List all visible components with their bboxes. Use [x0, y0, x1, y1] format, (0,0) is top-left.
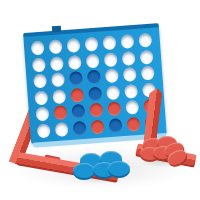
cell-r4-c4[interactable] — [88, 86, 102, 101]
cell-r5-c2[interactable] — [53, 105, 67, 120]
cell-r3-c6[interactable] — [123, 67, 137, 82]
cell-r5-c6[interactable] — [125, 100, 139, 115]
cell-r3-c2[interactable] — [51, 72, 65, 87]
cell-r1-c3[interactable] — [67, 38, 81, 53]
cell-r1-c4[interactable] — [85, 37, 99, 52]
cell-r5-c4[interactable] — [89, 103, 103, 118]
cell-r2-c7[interactable] — [140, 49, 154, 64]
cell-r5-c1[interactable] — [35, 106, 49, 121]
blue-loose-disc-5[interactable] — [108, 161, 130, 176]
cell-r6-c4[interactable] — [91, 119, 105, 134]
cell-r4-c6[interactable] — [124, 83, 138, 98]
cell-r5-c3[interactable] — [71, 104, 85, 119]
cell-r1-c2[interactable] — [49, 39, 63, 54]
cell-r6-c1[interactable] — [37, 123, 51, 138]
cell-r1-c6[interactable] — [120, 34, 134, 49]
cell-r6-c5[interactable] — [108, 118, 122, 133]
connect-four-photo — [0, 0, 200, 200]
cell-r4-c2[interactable] — [52, 89, 66, 104]
cell-r1-c7[interactable] — [138, 33, 152, 48]
cell-r3-c1[interactable] — [33, 74, 47, 89]
cell-r3-c4[interactable] — [87, 70, 101, 85]
board-top-tab — [52, 26, 61, 33]
game-board — [23, 26, 167, 144]
cell-r5-c5[interactable] — [107, 101, 121, 116]
cell-r6-c3[interactable] — [73, 120, 87, 135]
cell-r3-c5[interactable] — [105, 68, 119, 83]
cell-r6-c2[interactable] — [55, 122, 69, 137]
cell-r2-c5[interactable] — [104, 52, 118, 67]
cell-r2-c3[interactable] — [68, 54, 82, 69]
blue-loose-disc-3[interactable] — [73, 163, 95, 178]
board-grid — [23, 26, 167, 144]
cell-r1-c5[interactable] — [102, 35, 116, 50]
cell-r4-c5[interactable] — [106, 85, 120, 100]
cell-r3-c7[interactable] — [141, 66, 155, 81]
cell-r3-c3[interactable] — [69, 71, 83, 86]
cell-r4-c1[interactable] — [34, 90, 48, 105]
cell-r1-c1[interactable] — [31, 41, 45, 56]
cell-r2-c2[interactable] — [50, 56, 64, 71]
cell-r4-c3[interactable] — [70, 87, 84, 102]
cell-r2-c4[interactable] — [86, 53, 100, 68]
cell-r2-c1[interactable] — [32, 57, 46, 72]
cell-r6-c6[interactable] — [126, 116, 140, 131]
cell-r2-c6[interactable] — [122, 51, 136, 66]
